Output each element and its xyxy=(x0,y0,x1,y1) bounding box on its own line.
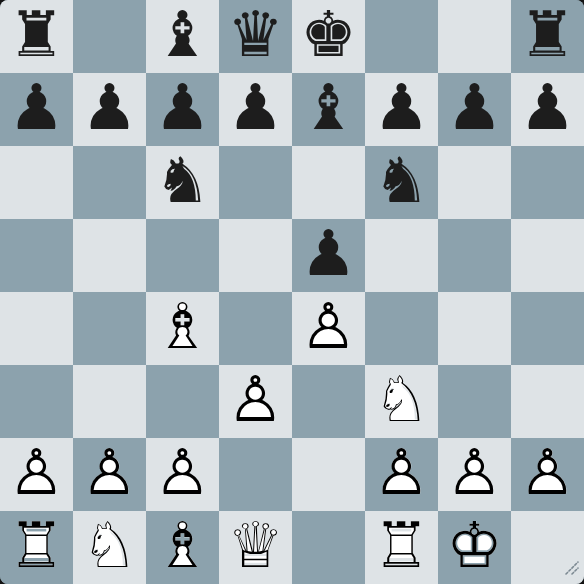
square-e1[interactable] xyxy=(292,511,365,584)
white-pawn-fill: ♟ xyxy=(146,436,219,509)
square-e3[interactable] xyxy=(292,365,365,438)
white-bishop-fill: ♝ xyxy=(146,509,219,582)
square-d7[interactable]: ♟ xyxy=(219,73,292,146)
white-pawn[interactable]: ♙ xyxy=(0,436,73,509)
white-knight-fill: ♞ xyxy=(365,363,438,436)
square-e5[interactable]: ♟ xyxy=(292,219,365,292)
square-b2[interactable]: ♟♙ xyxy=(73,438,146,511)
square-g3[interactable] xyxy=(438,365,511,438)
white-pawn-fill: ♟ xyxy=(365,436,438,509)
white-pawn[interactable]: ♙ xyxy=(438,436,511,509)
black-pawn[interactable]: ♟ xyxy=(73,71,146,144)
square-a2[interactable]: ♟♙ xyxy=(0,438,73,511)
square-a6[interactable] xyxy=(0,146,73,219)
black-rook[interactable]: ♜ xyxy=(511,0,584,71)
square-d5[interactable] xyxy=(219,219,292,292)
square-f7[interactable]: ♟ xyxy=(365,73,438,146)
black-pawn[interactable]: ♟ xyxy=(219,71,292,144)
square-b6[interactable] xyxy=(73,146,146,219)
black-pawn[interactable]: ♟ xyxy=(438,71,511,144)
square-c1[interactable]: ♝♗ xyxy=(146,511,219,584)
square-a8[interactable]: ♜ xyxy=(0,0,73,73)
square-h4[interactable] xyxy=(511,292,584,365)
square-g7[interactable]: ♟ xyxy=(438,73,511,146)
white-bishop[interactable]: ♗ xyxy=(146,290,219,363)
square-f5[interactable] xyxy=(365,219,438,292)
black-bishop[interactable]: ♝ xyxy=(292,71,365,144)
black-knight[interactable]: ♞ xyxy=(146,144,219,217)
square-f1[interactable]: ♜♖ xyxy=(365,511,438,584)
white-rook-fill: ♜ xyxy=(0,509,73,582)
white-queen-fill: ♛ xyxy=(219,509,292,582)
black-queen[interactable]: ♛ xyxy=(219,0,292,71)
square-g6[interactable] xyxy=(438,146,511,219)
black-pawn[interactable]: ♟ xyxy=(146,71,219,144)
black-bishop[interactable]: ♝ xyxy=(146,0,219,71)
black-pawn[interactable]: ♟ xyxy=(511,71,584,144)
square-f8[interactable] xyxy=(365,0,438,73)
square-c5[interactable] xyxy=(146,219,219,292)
square-d4[interactable] xyxy=(219,292,292,365)
white-bishop-fill: ♝ xyxy=(146,290,219,363)
square-a7[interactable]: ♟ xyxy=(0,73,73,146)
square-g2[interactable]: ♟♙ xyxy=(438,438,511,511)
white-bishop[interactable]: ♗ xyxy=(146,509,219,582)
square-b8[interactable] xyxy=(73,0,146,73)
black-knight[interactable]: ♞ xyxy=(365,144,438,217)
white-pawn[interactable]: ♙ xyxy=(365,436,438,509)
square-h5[interactable] xyxy=(511,219,584,292)
square-g4[interactable] xyxy=(438,292,511,365)
square-c8[interactable]: ♝ xyxy=(146,0,219,73)
square-c2[interactable]: ♟♙ xyxy=(146,438,219,511)
square-g8[interactable] xyxy=(438,0,511,73)
square-f2[interactable]: ♟♙ xyxy=(365,438,438,511)
black-rook[interactable]: ♜ xyxy=(0,0,73,71)
square-b3[interactable] xyxy=(73,365,146,438)
white-knight-fill: ♞ xyxy=(73,509,146,582)
square-d1[interactable]: ♛♕ xyxy=(219,511,292,584)
white-rook-fill: ♜ xyxy=(365,509,438,582)
square-b4[interactable] xyxy=(73,292,146,365)
white-pawn-fill: ♟ xyxy=(292,290,365,363)
white-pawn[interactable]: ♙ xyxy=(511,436,584,509)
black-pawn[interactable]: ♟ xyxy=(365,71,438,144)
square-b5[interactable] xyxy=(73,219,146,292)
square-a3[interactable] xyxy=(0,365,73,438)
square-c4[interactable]: ♝♗ xyxy=(146,292,219,365)
square-h7[interactable]: ♟ xyxy=(511,73,584,146)
square-d8[interactable]: ♛ xyxy=(219,0,292,73)
square-g5[interactable] xyxy=(438,219,511,292)
square-e4[interactable]: ♟♙ xyxy=(292,292,365,365)
resize-handle-icon[interactable] xyxy=(561,557,579,575)
white-pawn[interactable]: ♙ xyxy=(146,436,219,509)
white-pawn[interactable]: ♙ xyxy=(73,436,146,509)
square-h6[interactable] xyxy=(511,146,584,219)
square-e7[interactable]: ♝ xyxy=(292,73,365,146)
square-b1[interactable]: ♞♘ xyxy=(73,511,146,584)
white-queen[interactable]: ♕ xyxy=(219,509,292,582)
white-rook[interactable]: ♖ xyxy=(365,509,438,582)
square-d2[interactable] xyxy=(219,438,292,511)
white-king-fill: ♚ xyxy=(438,509,511,582)
white-knight[interactable]: ♘ xyxy=(73,509,146,582)
square-f4[interactable] xyxy=(365,292,438,365)
square-h8[interactable]: ♜ xyxy=(511,0,584,73)
white-king[interactable]: ♔ xyxy=(438,509,511,582)
square-d6[interactable] xyxy=(219,146,292,219)
square-a4[interactable] xyxy=(0,292,73,365)
white-pawn-fill: ♟ xyxy=(219,363,292,436)
white-pawn[interactable]: ♙ xyxy=(292,290,365,363)
black-pawn[interactable]: ♟ xyxy=(292,217,365,290)
white-pawn-fill: ♟ xyxy=(438,436,511,509)
square-h2[interactable]: ♟♙ xyxy=(511,438,584,511)
white-pawn[interactable]: ♙ xyxy=(219,363,292,436)
square-g1[interactable]: ♚♔ xyxy=(438,511,511,584)
white-pawn-fill: ♟ xyxy=(0,436,73,509)
black-pawn[interactable]: ♟ xyxy=(0,71,73,144)
square-a1[interactable]: ♜♖ xyxy=(0,511,73,584)
square-c3[interactable] xyxy=(146,365,219,438)
white-pawn-fill: ♟ xyxy=(73,436,146,509)
white-knight[interactable]: ♘ xyxy=(365,363,438,436)
white-pawn-fill: ♟ xyxy=(511,436,584,509)
square-h3[interactable] xyxy=(511,365,584,438)
square-f6[interactable]: ♞ xyxy=(365,146,438,219)
square-f3[interactable]: ♞♘ xyxy=(365,365,438,438)
square-a5[interactable] xyxy=(0,219,73,292)
square-c7[interactable]: ♟ xyxy=(146,73,219,146)
square-e8[interactable]: ♚ xyxy=(292,0,365,73)
square-e6[interactable] xyxy=(292,146,365,219)
black-king[interactable]: ♚ xyxy=(292,0,365,71)
square-d3[interactable]: ♟♙ xyxy=(219,365,292,438)
square-c6[interactable]: ♞ xyxy=(146,146,219,219)
white-rook[interactable]: ♖ xyxy=(0,509,73,582)
square-b7[interactable]: ♟ xyxy=(73,73,146,146)
square-e2[interactable] xyxy=(292,438,365,511)
chess-board: ♜♝♛♚♜♟♟♟♟♝♟♟♟♞♞♟♝♗♟♙♟♙♞♘♟♙♟♙♟♙♟♙♟♙♟♙♜♖♞♘… xyxy=(0,0,584,584)
